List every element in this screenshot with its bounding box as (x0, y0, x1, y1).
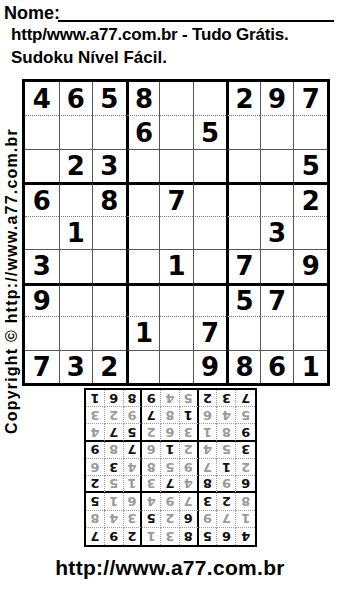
solution-cell-r1c9: 7 (86, 528, 105, 545)
cell-r4c8[interactable] (260, 182, 294, 215)
cell-r7c8[interactable]: 7 (260, 283, 294, 316)
name-underline (58, 4, 334, 22)
name-label: Nome: (4, 3, 60, 24)
cell-r9c4[interactable] (126, 350, 160, 383)
solution-cell-r1c2: 6 (217, 528, 236, 545)
solution-cell-r5c2: 1 (217, 459, 236, 476)
solution-cell-r6c3: 4 (199, 442, 218, 459)
cell-r3c2[interactable]: 2 (59, 149, 93, 182)
solution-cell-r8c4: 1 (180, 407, 199, 424)
cell-r4c5[interactable]: 7 (159, 182, 193, 215)
cell-r5c1[interactable] (25, 216, 59, 249)
solution-cell-r9c3: 2 (199, 390, 218, 407)
cell-r8c3[interactable] (92, 316, 126, 349)
solution-cell-r1c4: 8 (180, 528, 199, 545)
cell-r7c9[interactable] (293, 283, 327, 316)
solution-cell-r8c6: 7 (142, 407, 161, 424)
footer-url: http://www.a77.com.br (0, 556, 340, 580)
cell-r5c6[interactable] (193, 216, 227, 249)
solution-cell-r2c2: 7 (217, 511, 236, 528)
cell-r5c3[interactable] (92, 216, 126, 249)
solution-cell-r1c6: 1 (142, 528, 161, 545)
cell-r6c1[interactable]: 3 (25, 249, 59, 282)
cell-r3c5[interactable] (159, 149, 193, 182)
cell-r4c4[interactable] (126, 182, 160, 215)
solution-cell-r9c9: 1 (86, 390, 105, 407)
solution-cell-r2c4: 6 (180, 511, 199, 528)
cell-r5c9[interactable] (293, 216, 327, 249)
solution-cell-r2c9: 8 (86, 511, 105, 528)
cell-r7c5[interactable] (159, 283, 193, 316)
solution-cell-r6c4: 2 (180, 442, 199, 459)
solution-cell-r4c5: 7 (161, 476, 180, 493)
solution-cell-r6c8: 8 (105, 442, 124, 459)
cell-r7c1[interactable]: 9 (25, 283, 59, 316)
cell-r9c8[interactable]: 6 (260, 350, 294, 383)
sudoku-worksheet-page: Nome: http/www.a77.com.br - Tudo Grátis.… (0, 0, 340, 596)
cell-r5c5[interactable] (159, 216, 193, 249)
cell-r1c4[interactable]: 8 (126, 82, 160, 115)
cell-r3c4[interactable] (126, 149, 160, 182)
solution-cell-r5c4: 9 (180, 459, 199, 476)
cell-r2c2[interactable] (59, 115, 93, 148)
cell-r9c6[interactable]: 9 (193, 350, 227, 383)
cell-r8c9[interactable] (293, 316, 327, 349)
solution-cell-r5c7: 4 (124, 459, 143, 476)
cell-r2c9[interactable] (293, 115, 327, 148)
solution-cell-r7c2: 8 (217, 424, 236, 441)
cell-r3c9[interactable]: 5 (293, 149, 327, 182)
cell-r2c4[interactable]: 6 (126, 115, 160, 148)
solution-cell-r1c8: 9 (105, 528, 124, 545)
cell-r8c1[interactable] (25, 316, 59, 349)
solution-cell-r2c5: 2 (161, 511, 180, 528)
solution-cell-r8c9: 3 (86, 407, 105, 424)
solution-cell-r9c7: 8 (124, 390, 143, 407)
cell-r2c6[interactable]: 5 (193, 115, 227, 148)
solution-cell-r2c6: 5 (142, 511, 161, 528)
cell-r1c9[interactable]: 7 (293, 82, 327, 115)
solution-cell-r5c3: 7 (199, 459, 218, 476)
solution-cell-r9c5: 4 (161, 390, 180, 407)
cell-r5c8[interactable]: 3 (260, 216, 294, 249)
solution-cell-r4c4: 4 (180, 476, 199, 493)
cell-r2c8[interactable] (260, 115, 294, 148)
solution-cell-r9c6: 9 (142, 390, 161, 407)
cell-r6c4[interactable] (126, 249, 160, 282)
solution-cell-r4c9: 2 (86, 476, 105, 493)
cell-r8c2[interactable] (59, 316, 93, 349)
solution-cell-r3c8: 1 (105, 493, 124, 510)
solution-cell-r4c2: 9 (217, 476, 236, 493)
solution-cell-r3c7: 6 (124, 493, 143, 510)
cell-r2c7[interactable] (226, 115, 260, 148)
solution-cell-r8c2: 4 (217, 407, 236, 424)
cell-r9c9[interactable]: 1 (293, 350, 327, 383)
cell-r6c3[interactable] (92, 249, 126, 282)
solution-cell-r6c5: 1 (161, 442, 180, 459)
cell-r8c5[interactable] (159, 316, 193, 349)
cell-r8c8[interactable] (260, 316, 294, 349)
cell-r4c2[interactable] (59, 182, 93, 215)
cell-r2c1[interactable] (25, 115, 59, 148)
solution-cell-r4c7: 1 (124, 476, 143, 493)
cell-r6c9[interactable]: 9 (293, 249, 327, 282)
solution-grid-rotated: 4658312971796253488237946156984731522179… (84, 388, 257, 547)
cell-r7c4[interactable] (126, 283, 160, 316)
cell-r3c1[interactable] (25, 149, 59, 182)
solution-cell-r8c3: 6 (199, 407, 218, 424)
cell-r6c2[interactable] (59, 249, 93, 282)
cell-r7c2[interactable] (59, 283, 93, 316)
solution-cell-r3c6: 4 (142, 493, 161, 510)
solution-cell-r7c6: 2 (142, 424, 161, 441)
site-header-text: http/www.a77.com.br - Tudo Grátis. (11, 25, 289, 45)
solution-cell-r9c2: 3 (217, 390, 236, 407)
solution-cell-r8c1: 5 (236, 407, 255, 424)
cell-r7c7[interactable]: 5 (226, 283, 260, 316)
solution-cell-r1c3: 5 (199, 528, 218, 545)
cell-r1c7[interactable]: 2 (226, 82, 260, 115)
solution-cell-r2c8: 4 (105, 511, 124, 528)
cell-r3c8[interactable] (260, 149, 294, 182)
cell-r4c6[interactable] (193, 182, 227, 215)
cell-r3c7[interactable] (226, 149, 260, 182)
puzzle-title: Sudoku Nível Fácil. (11, 48, 167, 68)
cell-r8c6[interactable]: 7 (193, 316, 227, 349)
cell-r9c3[interactable]: 2 (92, 350, 126, 383)
cell-r5c4[interactable] (126, 216, 160, 249)
solution-cell-r5c8: 3 (105, 459, 124, 476)
solution-cell-r9c4: 5 (180, 390, 199, 407)
solution-cell-r6c2: 5 (217, 442, 236, 459)
cell-r8c4[interactable]: 1 (126, 316, 160, 349)
cell-r3c6[interactable] (193, 149, 227, 182)
cell-r9c5[interactable] (159, 350, 193, 383)
cell-r5c2[interactable]: 1 (59, 216, 93, 249)
cell-r7c3[interactable] (92, 283, 126, 316)
cell-r8c7[interactable] (226, 316, 260, 349)
cell-r9c2[interactable]: 3 (59, 350, 93, 383)
solution-cell-r8c5: 8 (161, 407, 180, 424)
solution-cell-r9c8: 6 (105, 390, 124, 407)
solution-cell-r1c7: 2 (124, 528, 143, 545)
solution-cell-r4c8: 5 (105, 476, 124, 493)
cell-r2c5[interactable] (159, 115, 193, 148)
cell-r9c1[interactable]: 7 (25, 350, 59, 383)
solution-cell-r7c7: 5 (124, 424, 143, 441)
solution-cell-r3c9: 5 (86, 493, 105, 510)
solution-cell-r6c9: 9 (86, 442, 105, 459)
solution-cell-r5c6: 8 (142, 459, 161, 476)
solution-cell-r6c7: 7 (124, 442, 143, 459)
cell-r6c5[interactable]: 1 (159, 249, 193, 282)
cell-r1c6[interactable] (193, 82, 227, 115)
solution-cell-r7c3: 1 (199, 424, 218, 441)
solution-cell-r5c1: 2 (236, 459, 255, 476)
cell-r7c6[interactable] (193, 283, 227, 316)
solution-cell-r1c1: 4 (236, 528, 255, 545)
cell-r5c7[interactable] (226, 216, 260, 249)
cell-r3c3[interactable]: 3 (92, 149, 126, 182)
solution-cell-r2c7: 3 (124, 511, 143, 528)
cell-r6c8[interactable] (260, 249, 294, 282)
cell-r1c8[interactable]: 9 (260, 82, 294, 115)
solution-cell-r6c1: 3 (236, 442, 255, 459)
solution-cell-r6c6: 6 (142, 442, 161, 459)
solution-cell-r4c6: 3 (142, 476, 161, 493)
solution-cell-r7c9: 4 (86, 424, 105, 441)
solution-cell-r1c5: 3 (161, 528, 180, 545)
cell-r1c3[interactable]: 5 (92, 82, 126, 115)
solution-cell-r3c5: 9 (161, 493, 180, 510)
sudoku-grid: 4658297652356872133179957177329861 (22, 79, 330, 386)
solution-cell-r2c1: 1 (236, 511, 255, 528)
solution-cell-r3c3: 3 (199, 493, 218, 510)
cell-r4c9[interactable]: 2 (293, 182, 327, 215)
cell-r4c1[interactable]: 6 (25, 182, 59, 215)
cell-r6c6[interactable] (193, 249, 227, 282)
cell-r2c3[interactable] (92, 115, 126, 148)
solution-cell-r3c1: 8 (236, 493, 255, 510)
cell-r4c7[interactable] (226, 182, 260, 215)
solution-cell-r4c3: 8 (199, 476, 218, 493)
cell-r4c3[interactable]: 8 (92, 182, 126, 215)
solution-cell-r8c7: 9 (124, 407, 143, 424)
solution-cell-r4c1: 6 (236, 476, 255, 493)
solution-cell-r8c8: 2 (105, 407, 124, 424)
solution-cell-r3c4: 7 (180, 493, 199, 510)
copyright-vertical-text: Copyright © http://www.a77.com.br (3, 128, 21, 434)
solution-cell-r7c1: 9 (236, 424, 255, 441)
solution-cell-r7c5: 6 (161, 424, 180, 441)
solution-cell-r7c4: 3 (180, 424, 199, 441)
solution-cell-r5c9: 6 (86, 459, 105, 476)
solution-cell-r7c8: 7 (105, 424, 124, 441)
cell-r1c2[interactable]: 6 (59, 82, 93, 115)
solution-cell-r2c3: 9 (199, 511, 218, 528)
cell-r1c5[interactable] (159, 82, 193, 115)
cell-r1c1[interactable]: 4 (25, 82, 59, 115)
solution-cell-r9c1: 7 (236, 390, 255, 407)
solution-cell-r3c2: 2 (217, 493, 236, 510)
cell-r6c7[interactable]: 7 (226, 249, 260, 282)
cell-r9c7[interactable]: 8 (226, 350, 260, 383)
solution-cell-r5c5: 5 (161, 459, 180, 476)
